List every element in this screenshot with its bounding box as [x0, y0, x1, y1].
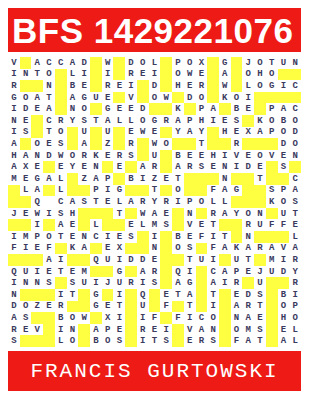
grid-cell: G: [90, 289, 102, 301]
grid-cell: I: [8, 103, 20, 115]
grid-cell: [266, 208, 278, 220]
grid-cell: O: [278, 196, 290, 208]
grid-cell: E: [242, 150, 254, 162]
grid-cell: B: [55, 312, 67, 324]
grid-cell: I: [8, 69, 20, 81]
grid-cell: F: [207, 185, 219, 197]
grid-cell: G: [8, 92, 20, 104]
grid-cell: Q: [137, 289, 149, 301]
grid-cell: [266, 277, 278, 289]
grid-cell: [113, 92, 125, 104]
grid-cell: [266, 335, 278, 347]
grid-cell: O: [102, 335, 114, 347]
grid-cell: [78, 324, 90, 336]
grid-cell: A: [231, 301, 243, 313]
grid-cell: [31, 312, 43, 324]
grid-cell: [254, 103, 266, 115]
grid-cell: L: [207, 196, 219, 208]
grid-cell: I: [102, 231, 114, 243]
grid-cell: N: [67, 324, 79, 336]
grid-cell: [266, 324, 278, 336]
grid-cell: [113, 138, 125, 150]
grid-cell: [289, 69, 301, 81]
grid-cell: O: [55, 127, 67, 139]
grid-cell: B: [172, 231, 184, 243]
grid-cell: [160, 69, 172, 81]
grid-cell: E: [67, 266, 79, 278]
grid-cell: F: [278, 219, 290, 231]
grid-cell: S: [113, 335, 125, 347]
grid-cell: [90, 266, 102, 278]
grid-cell: R: [137, 324, 149, 336]
grid-cell: T: [55, 231, 67, 243]
grid-cell: [137, 243, 149, 255]
grid-cell: [160, 103, 172, 115]
grid-cell: O: [67, 150, 79, 162]
grid-cell: [219, 312, 231, 324]
grid-cell: L: [125, 115, 137, 127]
grid-cell: D: [43, 150, 55, 162]
grid-cell: N: [31, 277, 43, 289]
grid-cell: N: [20, 69, 32, 81]
grid-cell: F: [196, 231, 208, 243]
grid-cell: [207, 138, 219, 150]
grid-cell: V: [8, 57, 20, 69]
grid-cell: V: [278, 243, 290, 255]
grid-cell: Y: [149, 196, 161, 208]
grid-cell: L: [149, 57, 161, 69]
grid-cell: D: [278, 266, 290, 278]
grid-cell: I: [231, 161, 243, 173]
grid-cell: [242, 138, 254, 150]
grid-cell: C: [55, 57, 67, 69]
grid-cell: [278, 92, 290, 104]
grid-cell: S: [55, 138, 67, 150]
grid-cell: [219, 219, 231, 231]
grid-cell: N: [20, 277, 32, 289]
grid-cell: T: [55, 266, 67, 278]
grid-cell: O: [184, 57, 196, 69]
grid-cell: E: [160, 289, 172, 301]
grid-cell: O: [160, 138, 172, 150]
grid-cell: [31, 335, 43, 347]
grid-cell: U: [149, 150, 161, 162]
grid-cell: [219, 103, 231, 115]
grid-cell: R: [289, 254, 301, 266]
grid-cell: S: [278, 161, 290, 173]
grid-cell: [266, 173, 278, 185]
grid-cell: D: [8, 301, 20, 313]
grid-cell: [219, 301, 231, 313]
grid-cell: [90, 103, 102, 115]
grid-cell: [78, 254, 90, 266]
grid-cell: Q: [172, 266, 184, 278]
grid-cell: T: [172, 289, 184, 301]
grid-cell: E: [242, 266, 254, 278]
grid-cell: [125, 335, 137, 347]
grid-cell: D: [278, 138, 290, 150]
grid-cell: O: [207, 312, 219, 324]
grid-cell: L: [137, 219, 149, 231]
grid-cell: [160, 312, 172, 324]
grid-cell: [289, 92, 301, 104]
grid-cell: [20, 57, 32, 69]
grid-cell: J: [102, 277, 114, 289]
grid-cell: [149, 289, 161, 301]
grid-cell: T: [207, 219, 219, 231]
grid-cell: B: [172, 150, 184, 162]
grid-cell: A: [78, 138, 90, 150]
grid-cell: R: [55, 301, 67, 313]
grid-cell: [31, 127, 43, 139]
grid-cell: L: [289, 335, 301, 347]
grid-cell: P: [102, 173, 114, 185]
grid-cell: L: [55, 335, 67, 347]
grid-cell: E: [125, 127, 137, 139]
grid-cell: [125, 312, 137, 324]
grid-cell: I: [55, 254, 67, 266]
grid-cell: L: [20, 185, 32, 197]
grid-cell: B: [278, 115, 290, 127]
grid-cell: G: [113, 266, 125, 278]
grid-cell: [196, 173, 208, 185]
grid-cell: A: [137, 266, 149, 278]
grid-cell: [196, 266, 208, 278]
grid-cell: T: [113, 208, 125, 220]
grid-cell: L: [55, 185, 67, 197]
grid-cell: K: [219, 92, 231, 104]
grid-cell: [31, 254, 43, 266]
grid-cell: A: [8, 138, 20, 150]
grid-cell: H: [219, 127, 231, 139]
grid-cell: U: [113, 277, 125, 289]
grid-cell: T: [207, 289, 219, 301]
grid-cell: K: [67, 243, 79, 255]
grid-cell: V: [125, 92, 137, 104]
grid-cell: E: [254, 161, 266, 173]
grid-cell: T: [31, 69, 43, 81]
grid-cell: [160, 277, 172, 289]
grid-cell: Y: [196, 127, 208, 139]
grid-cell: E: [184, 335, 196, 347]
grid-cell: [160, 185, 172, 197]
grid-cell: O: [266, 69, 278, 81]
grid-cell: [160, 266, 172, 278]
grid-cell: D: [137, 254, 149, 266]
grid-cell: E: [43, 138, 55, 150]
grid-cell: [137, 150, 149, 162]
grid-cell: Q: [31, 196, 43, 208]
grid-cell: P: [266, 127, 278, 139]
grid-cell: O: [67, 335, 79, 347]
grid-cell: T: [43, 92, 55, 104]
grid-cell: R: [113, 150, 125, 162]
grid-cell: [78, 301, 90, 313]
grid-cell: [160, 231, 172, 243]
grid-cell: [78, 335, 90, 347]
grid-cell: S: [149, 277, 161, 289]
grid-cell: [219, 254, 231, 266]
grid-cell: P: [90, 185, 102, 197]
grid-cell: A: [43, 103, 55, 115]
grid-cell: I: [78, 69, 90, 81]
grid-cell: I: [125, 80, 137, 92]
grid-cell: V: [184, 219, 196, 231]
grid-cell: [78, 289, 90, 301]
grid-cell: K: [231, 243, 243, 255]
grid-cell: E: [289, 219, 301, 231]
grid-cell: [219, 335, 231, 347]
grid-cell: S: [254, 324, 266, 336]
grid-cell: A: [8, 161, 20, 173]
grid-cell: O: [254, 150, 266, 162]
grid-cell: I: [278, 80, 290, 92]
grid-cell: O: [137, 115, 149, 127]
grid-cell: N: [289, 150, 301, 162]
grid-cell: R: [231, 277, 243, 289]
grid-cell: Y: [67, 161, 79, 173]
grid-cell: N: [31, 150, 43, 162]
grid-cell: O: [78, 103, 90, 115]
grid-cell: [90, 208, 102, 220]
grid-cell: N: [289, 57, 301, 69]
grid-cell: S: [125, 150, 137, 162]
grid-cell: [20, 196, 32, 208]
grid-cell: A: [254, 127, 266, 139]
grid-cell: K: [90, 150, 102, 162]
grid-cell: [125, 161, 137, 173]
grid-cell: I: [137, 173, 149, 185]
grid-cell: [184, 185, 196, 197]
grid-cell: F: [43, 243, 55, 255]
grid-cell: T: [184, 254, 196, 266]
grid-cell: [102, 161, 114, 173]
grid-cell: D: [78, 57, 90, 69]
grid-cell: I: [207, 231, 219, 243]
grid-cell: O: [172, 243, 184, 255]
grid-cell: R: [102, 80, 114, 92]
grid-cell: R: [207, 208, 219, 220]
grid-cell: [231, 80, 243, 92]
grid-cell: G: [184, 277, 196, 289]
grid-cell: W: [149, 138, 161, 150]
grid-cell: [43, 185, 55, 197]
grid-cell: [207, 173, 219, 185]
grid-cell: [8, 219, 20, 231]
grid-cell: Y: [67, 115, 79, 127]
grid-cell: A: [219, 69, 231, 81]
grid-cell: I: [43, 208, 55, 220]
grid-cell: F: [149, 312, 161, 324]
grid-cell: B: [67, 80, 79, 92]
grid-cell: [254, 185, 266, 197]
grid-cell: I: [31, 266, 43, 278]
grid-cell: P: [102, 324, 114, 336]
grid-cell: D: [289, 127, 301, 139]
grid-cell: N: [8, 289, 20, 301]
grid-cell: I: [149, 231, 161, 243]
grid-cell: [43, 161, 55, 173]
grid-cell: T: [289, 208, 301, 220]
grid-cell: T: [184, 301, 196, 313]
grid-cell: O: [289, 138, 301, 150]
grid-cell: A: [67, 92, 79, 104]
grid-cell: [278, 173, 290, 185]
grid-cell: T: [90, 196, 102, 208]
grid-cell: N: [149, 243, 161, 255]
grid-cell: [113, 69, 125, 81]
grid-cell: Z: [102, 138, 114, 150]
grid-cell: O: [196, 196, 208, 208]
grid-cell: E: [149, 127, 161, 139]
grid-cell: [278, 231, 290, 243]
grid-cell: E: [113, 103, 125, 115]
grid-cell: T: [67, 289, 79, 301]
grid-cell: T: [254, 301, 266, 313]
grid-cell: T: [90, 115, 102, 127]
grid-cell: L: [90, 219, 102, 231]
grid-cell: [172, 219, 184, 231]
grid-cell: P: [31, 231, 43, 243]
grid-cell: [231, 231, 243, 243]
grid-cell: [67, 254, 79, 266]
grid-cell: [196, 185, 208, 197]
grid-cell: [242, 185, 254, 197]
grid-cell: I: [289, 289, 301, 301]
grid-cell: A: [67, 196, 79, 208]
grid-cell: N: [219, 161, 231, 173]
grid-cell: A: [43, 173, 55, 185]
grid-cell: [172, 208, 184, 220]
grid-cell: I: [55, 289, 67, 301]
grid-cell: E: [31, 161, 43, 173]
grid-cell: [231, 57, 243, 69]
grid-cell: K: [254, 115, 266, 127]
grid-cell: S: [125, 231, 137, 243]
grid-cell: [160, 161, 172, 173]
grid-cell: E: [125, 219, 137, 231]
grid-cell: E: [231, 289, 243, 301]
grid-cell: C: [43, 115, 55, 127]
grid-cell: E: [113, 324, 125, 336]
grid-cell: [266, 231, 278, 243]
grid-cell: M: [149, 219, 161, 231]
grid-cell: V: [266, 150, 278, 162]
grid-cell: F: [231, 335, 243, 347]
grid-cell: [102, 266, 114, 278]
grid-cell: R: [149, 266, 161, 278]
grid-cell: [43, 324, 55, 336]
grid-cell: C: [43, 57, 55, 69]
grid-cell: L: [113, 115, 125, 127]
grid-cell: [20, 254, 32, 266]
grid-cell: A: [172, 115, 184, 127]
grid-cell: A: [184, 127, 196, 139]
puzzle-grid: VACCADWDOLPOXGJOTUNINTOLIIREIOWEAOHORNBE…: [8, 57, 301, 347]
grid-cell: T: [242, 254, 254, 266]
grid-cell: I: [137, 277, 149, 289]
grid-cell: [219, 324, 231, 336]
grid-cell: A: [242, 335, 254, 347]
grid-cell: [125, 208, 137, 220]
grid-cell: W: [184, 69, 196, 81]
grid-cell: O: [137, 57, 149, 69]
grid-cell: A: [67, 57, 79, 69]
grid-cell: E: [20, 324, 32, 336]
grid-cell: [231, 173, 243, 185]
grid-cell: I: [242, 92, 254, 104]
grid-cell: G: [102, 103, 114, 115]
grid-cell: C: [289, 103, 301, 115]
grid-cell: A: [78, 243, 90, 255]
grid-cell: E: [102, 301, 114, 313]
grid-cell: N: [254, 208, 266, 220]
grid-cell: P: [266, 103, 278, 115]
grid-cell: E: [184, 231, 196, 243]
grid-cell: [55, 277, 67, 289]
grid-cell: P: [184, 115, 196, 127]
grid-cell: E: [113, 161, 125, 173]
grid-cell: S: [67, 277, 79, 289]
grid-cell: P: [278, 185, 290, 197]
grid-cell: [102, 289, 114, 301]
grid-cell: C: [90, 231, 102, 243]
grid-cell: W: [137, 127, 149, 139]
grid-cell: [254, 231, 266, 243]
grid-cell: T: [219, 231, 231, 243]
grid-cell: S: [78, 115, 90, 127]
grid-cell: [8, 196, 20, 208]
grid-cell: A: [172, 277, 184, 289]
grid-cell: E: [219, 115, 231, 127]
grid-cell: S: [184, 243, 196, 255]
grid-cell: D: [20, 103, 32, 115]
grid-cell: A: [219, 243, 231, 255]
grid-cell: S: [20, 127, 32, 139]
grid-cell: R: [160, 115, 172, 127]
grid-cell: U: [90, 92, 102, 104]
grid-cell: N: [43, 80, 55, 92]
grid-cell: J: [254, 266, 266, 278]
grid-cell: [254, 196, 266, 208]
grid-cell: [31, 80, 43, 92]
grid-cell: A: [102, 115, 114, 127]
grid-cell: S: [254, 289, 266, 301]
grid-cell: P: [196, 103, 208, 115]
grid-cell: [242, 173, 254, 185]
grid-cell: O: [254, 80, 266, 92]
grid-cell: A: [125, 196, 137, 208]
grid-cell: V: [31, 324, 43, 336]
grid-cell: I: [160, 324, 172, 336]
grid-cell: O: [172, 185, 184, 197]
grid-cell: [137, 80, 149, 92]
grid-cell: [20, 138, 32, 150]
grid-cell: N: [219, 173, 231, 185]
grid-cell: R: [55, 115, 67, 127]
grid-cell: E: [278, 150, 290, 162]
book-cover: BFS 1429221076 VACCADWDOLPOXGJOTUNINTOLI…: [0, 0, 309, 400]
grid-cell: [172, 335, 184, 347]
grid-cell: [184, 173, 196, 185]
grid-cell: R: [149, 161, 161, 173]
grid-cell: U: [20, 266, 32, 278]
grid-cell: E: [43, 301, 55, 313]
grid-cell: A: [219, 185, 231, 197]
grid-cell: G: [78, 92, 90, 104]
grid-cell: O: [289, 115, 301, 127]
grid-cell: C: [55, 196, 67, 208]
